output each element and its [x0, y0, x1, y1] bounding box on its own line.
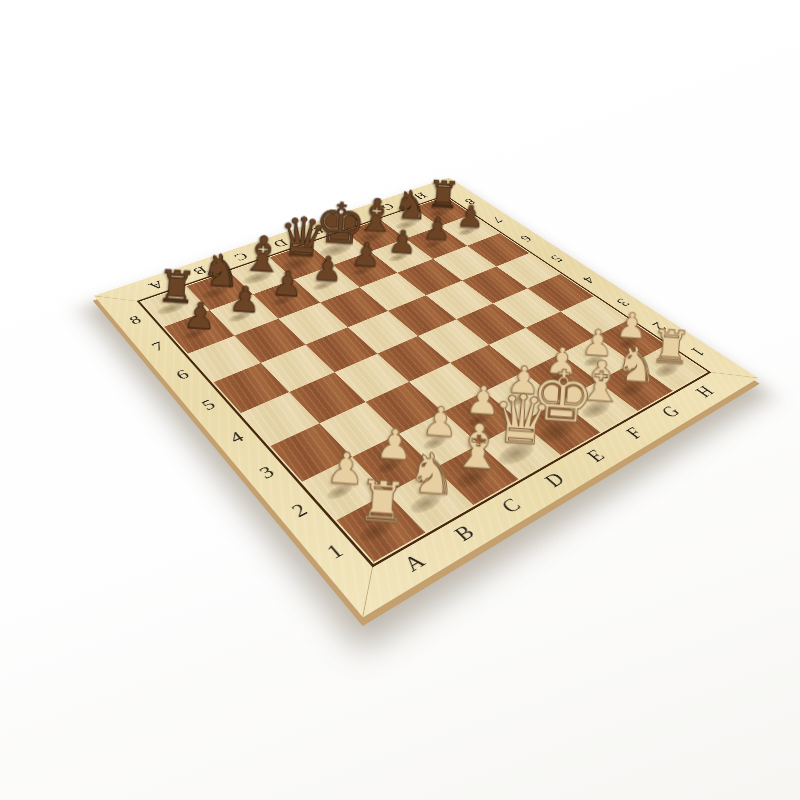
- photo-background: AABBCCDDEEFFGGHH1122334455667788 ♜♞♝♛♚♝♞…: [0, 0, 800, 800]
- black-pawn-icon: ♟: [183, 296, 218, 334]
- board-scene: AABBCCDDEEFFGGHH1122334455667788 ♜♞♝♛♚♝♞…: [0, 0, 800, 800]
- piece-white-rook-a1[interactable]: ♜: [325, 392, 446, 530]
- chess-board: AABBCCDDEEFFGGHH1122334455667788 ♜♞♝♛♚♝♞…: [94, 177, 758, 617]
- white-rook-icon: ♜: [355, 472, 409, 531]
- piece-black-pawn-a7[interactable]: ♟: [154, 223, 251, 334]
- pieces-layer: ♜♞♝♛♚♝♞♜♟♟♟♟♟♟♟♟♟♟♟♟♟♟♟♟♜♞♝♛♚♝♞♜: [94, 177, 758, 617]
